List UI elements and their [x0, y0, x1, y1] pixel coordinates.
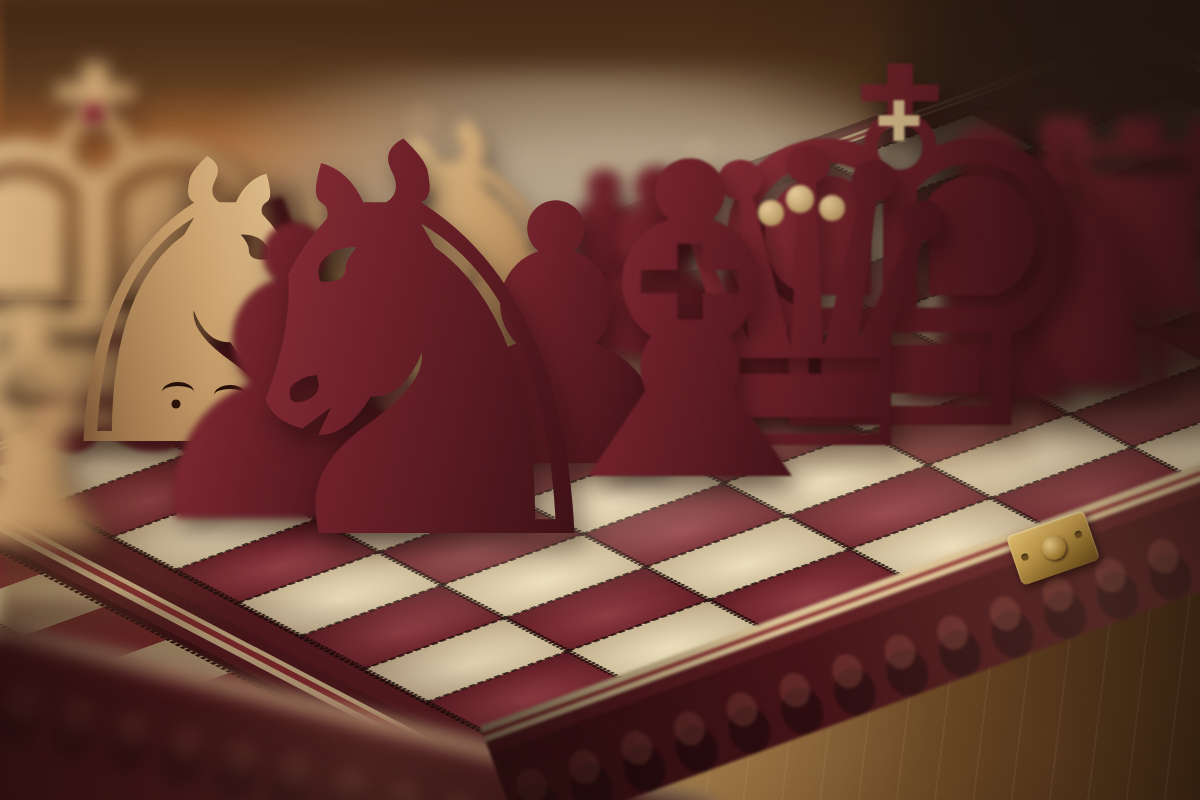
- piece-layer: ♚♝♞♟♟♞♟♟♞♟♟♟♝♟♛♚♝♞♜✚: [0, 0, 1200, 800]
- piece-red-knight: ♞: [178, 130, 662, 562]
- piece-white-bishop: ♝: [0, 296, 176, 560]
- chess-photo-scene: ♚♝♞♟♟♞♟♟♞♟♟♟♝♟♛♚♝♞♜✚: [0, 0, 1200, 800]
